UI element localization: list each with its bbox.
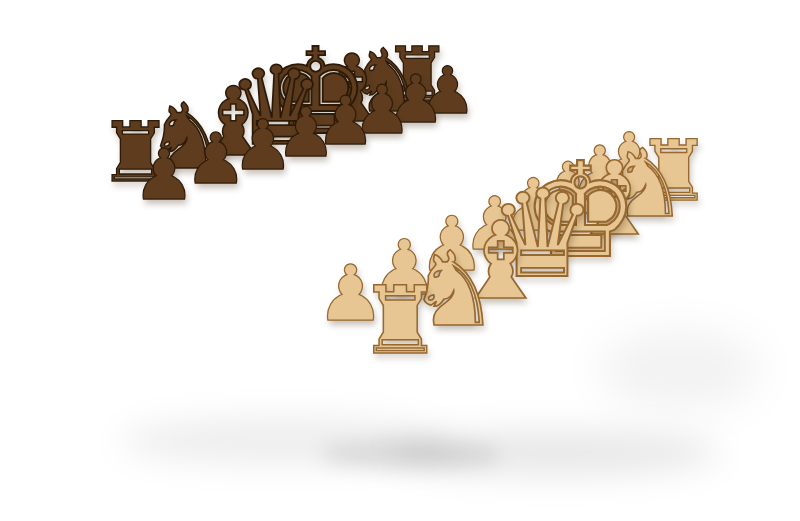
square-b6[interactable] [206,180,289,216]
piece-black-knight-b8[interactable]: ♞ [146,91,228,182]
square-g7[interactable] [384,108,447,130]
piece-white-pawn-g2[interactable]: ♟ [569,138,632,208]
square-e7[interactable] [311,127,380,153]
square-f1[interactable] [574,209,655,248]
square-a6[interactable] [151,196,238,235]
square-d6[interactable] [301,153,376,183]
square-c5[interactable] [289,183,370,219]
piece-black-bishop-f8[interactable]: ♝ [310,43,393,136]
square-c2[interactable] [406,243,498,290]
square-c6[interactable] [255,166,333,199]
piece-black-pawn-d7[interactable]: ♟ [276,99,337,167]
piece-white-knight-b1[interactable]: ♞ [407,237,499,340]
square-b8[interactable] [148,148,225,178]
piece-white-queen-d1[interactable]: ♛ [488,173,596,294]
table-shadow [390,430,720,476]
square-f8[interactable] [320,105,384,127]
square-e6[interactable] [342,141,413,169]
square-e4[interactable] [411,171,487,204]
square-b1[interactable] [402,290,504,348]
chess-board [95,88,710,382]
square-g6[interactable] [415,120,480,144]
piece-black-pawn-e7[interactable]: ♟ [316,87,376,154]
square-a1[interactable] [346,317,455,382]
square-a4[interactable] [218,238,313,285]
piece-black-pawn-b7[interactable]: ♟ [184,125,247,195]
square-d3[interactable] [409,204,492,243]
square-d8[interactable] [241,125,311,151]
square-f2[interactable] [529,191,607,227]
square-a8[interactable] [95,161,176,194]
brass-hinge-hook [257,113,284,122]
piece-black-king-e8[interactable]: ♚ [262,33,369,152]
piece-white-knight-g1[interactable]: ♞ [603,137,687,231]
scene: ♜♞♝♛♚♝♞♜♟♟♟♟♟♟♟♟♟♟♟♟♟♟♟♟♜♞♝♛♚♝♞♜ [0,0,800,521]
piece-white-pawn-e2[interactable]: ♟ [501,169,566,241]
square-f6[interactable] [380,130,448,156]
square-g8[interactable] [355,96,417,117]
piece-black-pawn-h7[interactable]: ♟ [418,58,476,123]
square-e2[interactable] [492,207,574,246]
piece-white-pawn-b2[interactable]: ♟ [370,230,438,306]
square-e3[interactable] [450,188,529,224]
square-d7[interactable] [270,138,342,166]
square-c3[interactable] [363,221,451,264]
table-shadow [320,440,500,470]
square-c1[interactable] [453,267,548,319]
square-h3[interactable] [553,149,622,177]
square-f7[interactable] [349,117,415,141]
piece-black-pawn-f7[interactable]: ♟ [352,76,412,143]
square-a7[interactable] [122,178,206,214]
square-e1[interactable] [538,227,623,270]
square-c8[interactable] [196,136,269,164]
piece-white-king-e1[interactable]: ♚ [522,145,639,276]
square-g2[interactable] [563,177,637,210]
square-a2[interactable] [299,288,403,347]
brass-latch-clasp [597,333,615,368]
square-c7[interactable] [225,150,301,180]
square-d1[interactable] [498,246,588,293]
square-f3[interactable] [488,174,563,207]
square-c4[interactable] [324,202,409,241]
piece-white-pawn-f2[interactable]: ♟ [536,153,600,224]
square-h7[interactable] [417,99,478,120]
square-b3[interactable] [313,241,406,288]
square-a3[interactable] [257,262,356,315]
piece-white-rook-h1[interactable]: ♜ [636,129,711,213]
piece-white-pawn-d2[interactable]: ♟ [462,187,527,260]
piece-white-bishop-f1[interactable]: ♝ [569,148,660,250]
frame-inlay-line [65,81,736,410]
piece-white-pawn-a2[interactable]: ♟ [316,255,385,332]
square-b4[interactable] [274,219,363,262]
board-top-face [20,72,775,457]
piece-black-pawn-a7[interactable]: ♟ [133,140,196,210]
pieces-layer: ♜♞♝♛♚♝♞♜♟♟♟♟♟♟♟♟♟♟♟♟♟♟♟♟♜♞♝♛♚♝♞♜ [0,0,800,521]
square-b7[interactable] [176,163,256,196]
table-shadow [120,418,450,464]
square-h6[interactable] [448,110,511,132]
piece-black-rook-h8[interactable]: ♜ [383,37,452,114]
square-b5[interactable] [239,199,325,238]
brass-latch-pin [600,325,608,338]
square-g4[interactable] [484,146,553,174]
square-h1[interactable] [637,179,710,212]
piece-white-pawn-h2[interactable]: ♟ [598,124,660,193]
piece-black-queen-d8[interactable]: ♛ [227,52,325,161]
piece-black-rook-a8[interactable]: ♜ [98,112,172,195]
piece-white-pawn-c2[interactable]: ♟ [418,207,485,282]
table-reflection [600,330,760,410]
square-f5[interactable] [413,144,483,172]
piece-white-rook-a1[interactable]: ♜ [358,274,442,368]
square-e5[interactable] [375,156,449,186]
square-h8[interactable] [388,88,447,108]
square-h2[interactable] [594,163,665,193]
square-a5[interactable] [183,216,274,259]
board-frame [38,76,759,438]
box-side-left [8,172,393,512]
fold-seam [173,128,575,284]
square-d2[interactable] [451,224,537,267]
piece-black-knight-g8[interactable]: ♞ [347,38,425,125]
piece-black-pawn-c7[interactable]: ♟ [232,111,294,180]
piece-black-pawn-g7[interactable]: ♟ [386,67,445,133]
box-side-front [391,198,791,513]
square-f4[interactable] [449,158,522,188]
square-h4[interactable] [516,135,583,161]
fold-seam-side [200,316,210,365]
square-d5[interactable] [334,169,411,202]
square-e8[interactable] [282,114,349,138]
square-g5[interactable] [448,132,515,158]
brass-latch [592,313,615,351]
piece-white-bishop-c1[interactable]: ♝ [453,208,549,315]
square-h5[interactable] [481,122,546,146]
piece-black-bishop-c8[interactable]: ♝ [191,75,276,170]
square-g1[interactable] [607,194,684,229]
square-d4[interactable] [370,186,450,222]
square-b2[interactable] [356,264,453,316]
square-g3[interactable] [522,161,594,191]
